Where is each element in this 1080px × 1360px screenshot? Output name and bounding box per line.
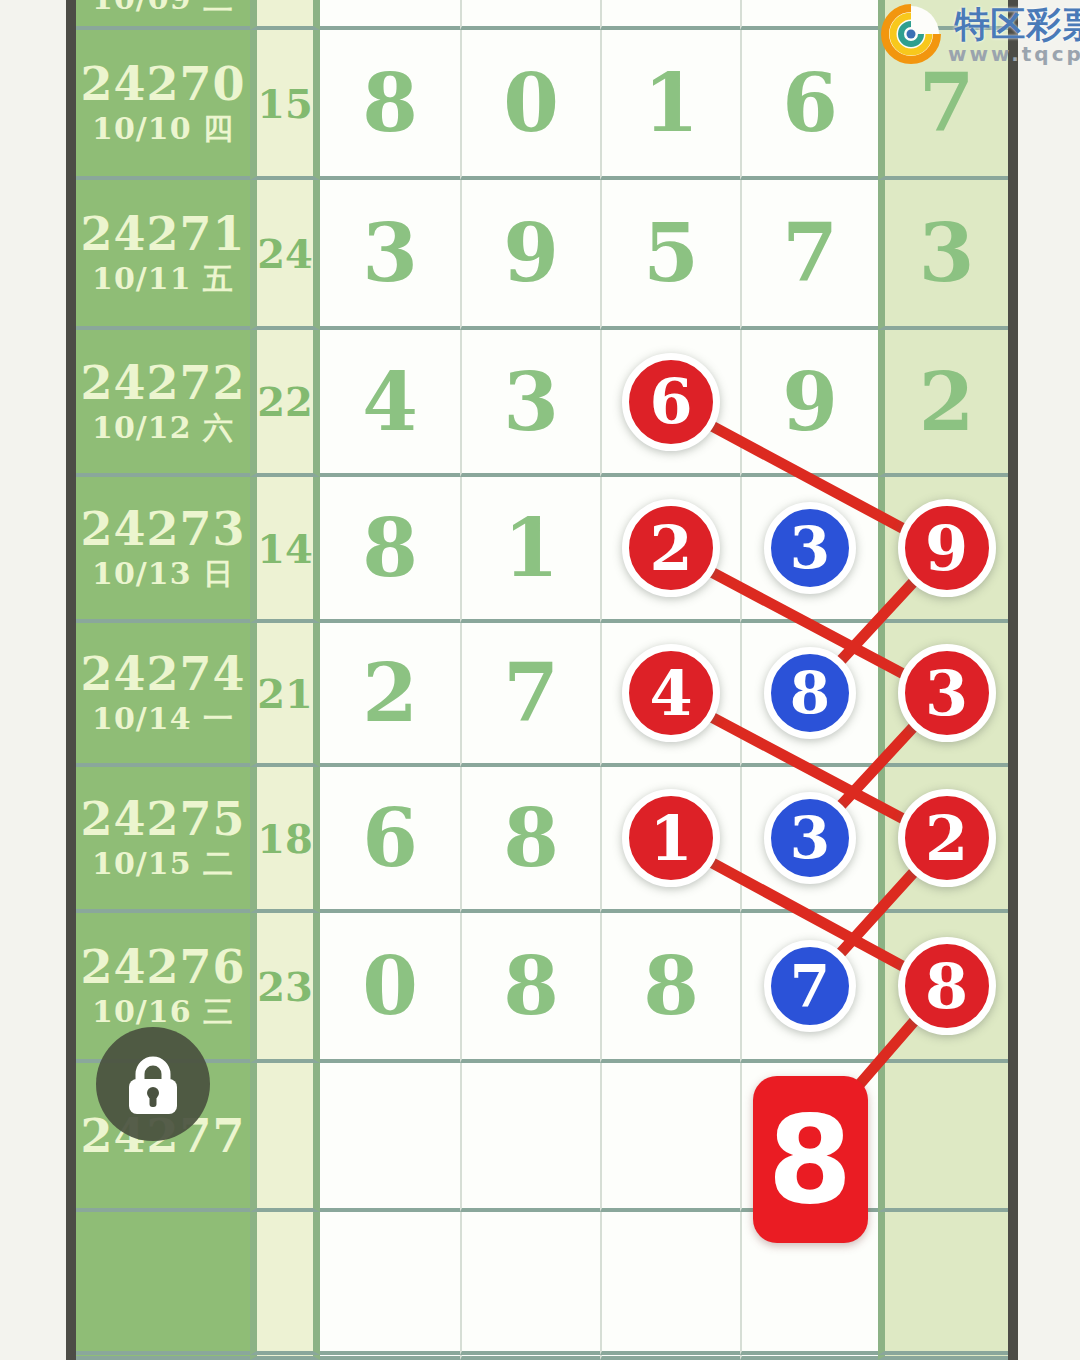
digit-cell xyxy=(600,1212,740,1355)
sum-value: 24 xyxy=(257,230,313,277)
blue-circled-number: 7 xyxy=(764,940,856,1032)
digit-cell xyxy=(600,1355,740,1360)
drawn-number: 3 xyxy=(503,355,559,449)
digit-cell: 0 xyxy=(460,30,600,180)
drawn-number: 3 xyxy=(919,206,975,300)
digit-cell: 8 xyxy=(320,30,460,180)
drawn-number: 4 xyxy=(362,355,418,449)
digit-cell: 1 xyxy=(600,30,740,180)
digit-cell xyxy=(878,1063,1008,1212)
drawn-number: 7 xyxy=(503,646,559,740)
red-circled-number: 8 xyxy=(898,937,996,1035)
period-cell-24270: 2427010/10 四 xyxy=(76,30,250,180)
drawn-number: 0 xyxy=(362,939,418,1033)
digit-cell: 6 xyxy=(740,30,878,180)
digit-cell: 8 xyxy=(320,477,460,623)
digit-cell xyxy=(740,0,878,30)
digit-cell xyxy=(320,1063,460,1212)
sum-cell xyxy=(250,1355,320,1360)
digit-cell: 0 xyxy=(320,913,460,1063)
digit-cell xyxy=(320,1355,460,1360)
digit-cell: 7 xyxy=(740,913,878,1063)
sum-value: 15 xyxy=(257,80,313,127)
drawn-number: 6 xyxy=(362,791,418,885)
red-circled-number: 6 xyxy=(622,353,720,451)
digit-cell xyxy=(460,1063,600,1212)
red-circled-number: 9 xyxy=(898,499,996,597)
draw-date: 10/13 日 xyxy=(92,555,234,593)
drawn-number: 7 xyxy=(919,56,975,150)
lock-icon xyxy=(125,1052,181,1116)
digit-cell: 6 xyxy=(600,330,740,477)
sum-cell xyxy=(250,1212,320,1355)
sum-value: 14 xyxy=(257,525,313,572)
drawn-number: 3 xyxy=(362,206,418,300)
draw-period: 24271 xyxy=(80,208,245,260)
drawn-number: 8 xyxy=(503,791,559,885)
trend-chart-board: 10/09 三2427010/10 四15801672427110/11 五24… xyxy=(66,0,1018,1360)
digit-cell: 8 xyxy=(600,913,740,1063)
drawn-number: 8 xyxy=(362,56,418,150)
period-cell-empty xyxy=(76,1355,250,1360)
digit-cell: 8 xyxy=(878,913,1008,1063)
digit-cell xyxy=(460,0,600,30)
drawn-number: 6 xyxy=(782,56,838,150)
red-circled-number: 2 xyxy=(898,789,996,887)
digit-cell xyxy=(740,1355,878,1360)
blue-circled-number: 8 xyxy=(764,647,856,739)
period-cell-empty xyxy=(76,1212,250,1355)
digit-cell: 8 xyxy=(460,913,600,1063)
draw-date: 10/15 二 xyxy=(92,845,234,883)
digit-cell xyxy=(878,1212,1008,1355)
digit-cell xyxy=(320,1212,460,1355)
drawn-number: 8 xyxy=(503,939,559,1033)
drawn-number: 2 xyxy=(362,646,418,740)
digit-cell: 8 xyxy=(740,623,878,767)
drawn-number: 2 xyxy=(919,355,975,449)
digit-cell: 6 xyxy=(320,767,460,913)
red-circled-number: 1 xyxy=(622,789,720,887)
drawn-number: 0 xyxy=(503,56,559,150)
lock-button[interactable] xyxy=(96,1027,210,1141)
sum-value: 18 xyxy=(257,815,313,862)
red-circled-number: 4 xyxy=(622,644,720,742)
draw-date: 10/11 五 xyxy=(92,260,234,298)
digit-cell xyxy=(320,0,460,30)
drawn-number: 1 xyxy=(643,56,699,150)
sum-value: 22 xyxy=(257,378,313,425)
blue-circled-number: 3 xyxy=(764,792,856,884)
drawn-number: 8 xyxy=(362,501,418,595)
red-circled-number: 2 xyxy=(622,499,720,597)
sum-value: 23 xyxy=(257,963,313,1010)
blue-circled-number: 3 xyxy=(764,502,856,594)
site-url: www.tqcp.net xyxy=(948,44,1080,64)
period-cell-24275: 2427510/15 二 xyxy=(76,767,250,913)
sum-cell: 24 xyxy=(250,180,320,330)
digit-cell: 9 xyxy=(878,477,1008,623)
drawn-number: 9 xyxy=(782,355,838,449)
drawn-number: 9 xyxy=(503,206,559,300)
digit-cell: 3 xyxy=(878,180,1008,330)
period-cell-24274: 2427410/14 一 xyxy=(76,623,250,767)
digit-cell: 8 xyxy=(740,1063,878,1212)
digit-cell: 2 xyxy=(878,767,1008,913)
draw-date: 10/10 四 xyxy=(92,110,234,148)
digit-cell: 3 xyxy=(460,330,600,477)
digit-cell: 3 xyxy=(740,767,878,913)
sum-cell: 23 xyxy=(250,913,320,1063)
predicted-number-box: 8 xyxy=(753,1076,868,1243)
draw-date: 10/12 六 xyxy=(92,409,234,447)
digit-cell: 3 xyxy=(740,477,878,623)
period-cell-24273: 2427310/13 日 xyxy=(76,477,250,623)
draw-period: 24275 xyxy=(80,793,245,845)
period-cell-24271: 2427110/11 五 xyxy=(76,180,250,330)
digit-cell: 2 xyxy=(320,623,460,767)
sum-cell xyxy=(250,0,320,30)
site-logo-swirl-icon xyxy=(880,4,942,64)
digit-cell: 3 xyxy=(878,623,1008,767)
draw-period: 24272 xyxy=(80,357,245,409)
digit-cell: 9 xyxy=(740,330,878,477)
digit-cell: 7 xyxy=(460,623,600,767)
draw-period: 24270 xyxy=(80,58,245,110)
draw-period: 24274 xyxy=(80,648,245,700)
sum-cell: 22 xyxy=(250,330,320,477)
period-cell-24272: 2427210/12 六 xyxy=(76,330,250,477)
digit-cell: 5 xyxy=(600,180,740,330)
draw-date: 10/14 一 xyxy=(92,700,234,738)
sum-cell: 18 xyxy=(250,767,320,913)
draw-date: 10/16 三 xyxy=(92,993,234,1031)
digit-cell: 1 xyxy=(600,767,740,913)
draw-period: 24276 xyxy=(80,941,245,993)
sum-cell: 15 xyxy=(250,30,320,180)
drawn-number: 5 xyxy=(643,206,699,300)
digit-cell: 7 xyxy=(740,180,878,330)
draw-date-partial: 10/09 三 xyxy=(76,0,250,18)
digit-cell: 4 xyxy=(320,330,460,477)
digit-cell: 2 xyxy=(878,330,1008,477)
sum-value: 21 xyxy=(257,670,313,717)
drawn-number: 1 xyxy=(503,501,559,595)
site-name: 特区彩票网 xyxy=(954,4,1080,44)
digit-cell: 9 xyxy=(460,180,600,330)
digit-cell xyxy=(460,1212,600,1355)
digit-cell: 1 xyxy=(460,477,600,623)
digit-cell: 8 xyxy=(460,767,600,913)
sum-cell xyxy=(250,1063,320,1212)
digit-cell: 2 xyxy=(600,477,740,623)
digit-cell xyxy=(600,0,740,30)
sum-cell: 14 xyxy=(250,477,320,623)
digit-cell xyxy=(600,1063,740,1212)
lottery-trend-chart-page: 10/09 三2427010/10 四15801672427110/11 五24… xyxy=(0,0,1080,1360)
red-circled-number: 3 xyxy=(898,644,996,742)
digit-cell: 4 xyxy=(600,623,740,767)
sum-cell: 21 xyxy=(250,623,320,767)
drawn-number: 7 xyxy=(782,206,838,300)
digit-cell xyxy=(460,1355,600,1360)
site-watermark[interactable]: 特区彩票网 www.tqcp.net xyxy=(880,4,1080,64)
digit-cell: 3 xyxy=(320,180,460,330)
digit-cell xyxy=(878,1355,1008,1360)
period-cell-24269: 10/09 三 xyxy=(76,0,250,30)
draw-period: 24273 xyxy=(80,503,245,555)
drawn-number: 8 xyxy=(643,939,699,1033)
